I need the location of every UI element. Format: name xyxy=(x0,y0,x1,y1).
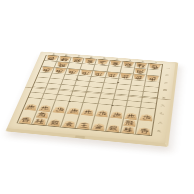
rank-label: 六 xyxy=(161,105,165,108)
rank-label: 三 xyxy=(164,82,168,84)
file-label: 8 xyxy=(65,54,68,56)
piece-sente-gold[interactable]: 金 xyxy=(62,120,77,128)
rank-label: 二 xyxy=(165,74,169,76)
piece-sente-silver[interactable]: 銀 xyxy=(106,124,120,132)
piece-kanji: 金 xyxy=(64,120,74,127)
piece-kanji: 銀 xyxy=(109,125,119,132)
cell-312[interactable]: 銀 xyxy=(106,124,122,132)
cell-212[interactable]: 桂 xyxy=(121,126,137,134)
board-grid: 香桂銀金玉金銀桂香飛角歩歩歩歩歩歩歩歩歩歩歩歩歩歩歩歩歩歩角飛香桂銀金王金銀桂香… xyxy=(16,55,163,136)
file-label: 7 xyxy=(77,55,80,57)
file-label: 2 xyxy=(141,61,144,63)
rank-label: 八 xyxy=(158,121,163,124)
hinge-clasp xyxy=(74,135,84,139)
piece-kanji: 香 xyxy=(139,127,148,134)
cell-112[interactable]: 香 xyxy=(136,127,152,135)
piece-kanji: 銀 xyxy=(50,119,60,126)
piece-sente-knight[interactable]: 桂 xyxy=(121,126,135,134)
file-label: 5 xyxy=(103,57,106,59)
piece-sente-gold[interactable]: 金 xyxy=(92,123,106,131)
rank-label: 九 xyxy=(157,130,162,133)
shogi-board: 香桂銀金玉金銀桂香飛角歩歩歩歩歩歩歩歩歩歩歩歩歩歩歩歩歩歩角飛香桂銀金王金銀桂香… xyxy=(5,51,178,146)
rank-label: 四 xyxy=(163,89,167,91)
piece-sente-king[interactable]: 王 xyxy=(77,122,91,130)
piece-sente-lance[interactable]: 香 xyxy=(136,127,151,135)
piece-sente-lance[interactable]: 香 xyxy=(18,116,33,123)
piece-kanji: 桂 xyxy=(35,118,45,125)
rank-label: 五 xyxy=(162,97,166,100)
piece-kanji: 金 xyxy=(94,123,104,130)
photo-scene: 香桂銀金玉金銀桂香飛角歩歩歩歩歩歩歩歩歩歩歩歩歩歩歩歩歩歩角飛香桂銀金王金銀桂香… xyxy=(0,0,194,194)
piece-kanji: 王 xyxy=(79,122,89,129)
file-label: 6 xyxy=(90,56,93,58)
product-photo: { "game": "shogi", "scene_description": … xyxy=(0,0,194,194)
file-label: 3 xyxy=(128,60,131,62)
file-label: 1 xyxy=(154,62,157,64)
piece-sente-silver[interactable]: 銀 xyxy=(47,119,62,126)
piece-kanji: 桂 xyxy=(124,126,134,133)
file-label: 9 xyxy=(52,53,55,55)
rank-label: 七 xyxy=(159,113,163,116)
piece-sente-knight[interactable]: 桂 xyxy=(33,118,48,125)
piece-kanji: 香 xyxy=(21,116,31,123)
rank-label: 一 xyxy=(166,67,170,69)
star-point xyxy=(111,105,113,106)
file-label: 4 xyxy=(116,58,119,60)
